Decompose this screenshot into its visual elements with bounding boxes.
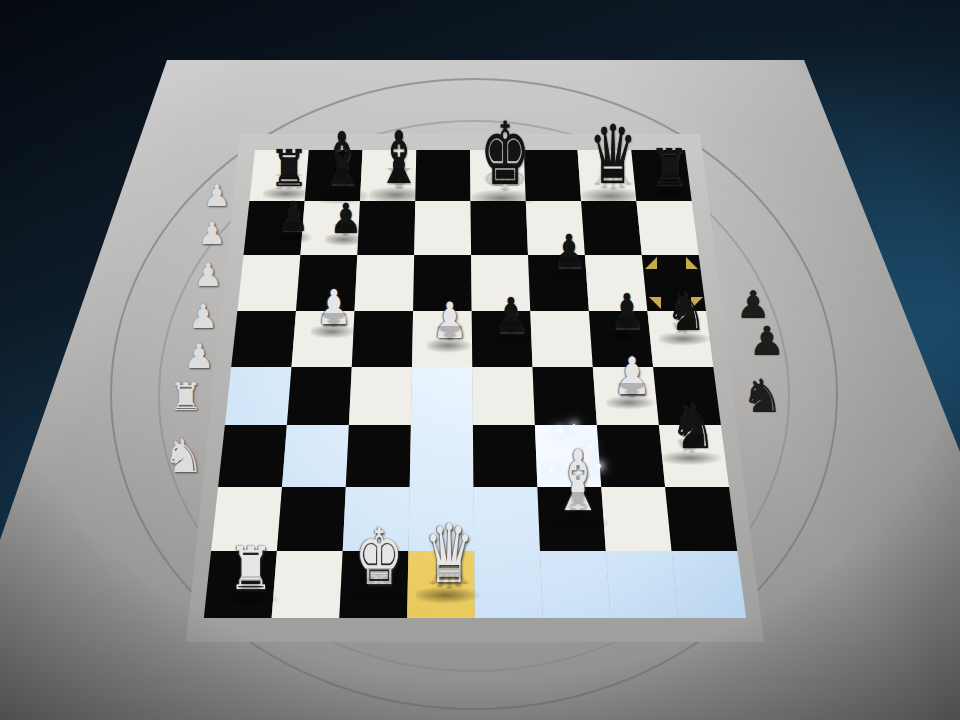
captured-black-knight: ♞ [741,373,782,419]
captured-white-pawn: ♟ [204,181,231,211]
white-pawn-g4[interactable]: ♟♟ [613,351,652,403]
white-pawn-b5[interactable]: ♟♟ [316,284,352,332]
black-pawn-f6[interactable]: ♟♟ [552,229,586,275]
captured-black-pawn: ♟ [749,321,785,361]
chess-titans-window: ♜♜♝♝♝♝♚♚♛♛♜♜♟♟♟♟♟♟♟♟♟♟♞♞♞♞♟♟♟♟♟♟♝♝♜♜♚♚♛♛… [0,0,960,720]
black-queen-g8[interactable]: ♛♛ [589,115,637,196]
captured-white-pawn: ♟ [198,218,226,249]
captured-white-pawn: ♟ [194,259,223,291]
white-bishop-f2[interactable]: ♝♝ [553,439,603,523]
black-pawn-e5[interactable]: ♟♟ [493,292,529,340]
white-rook-a1[interactable]: ♜♜ [229,539,274,599]
white-pawn-d5[interactable]: ♟♟ [432,296,468,346]
captured-white-pawn: ♟ [184,339,214,373]
pieces-layer: ♜♜♝♝♝♝♚♚♛♛♜♜♟♟♟♟♟♟♟♟♟♟♞♞♞♞♟♟♟♟♟♟♝♝♜♜♚♚♛♛ [0,0,960,720]
white-king-c1[interactable]: ♚♚ [355,519,403,597]
black-rook-h8[interactable]: ♜♜ [649,142,688,193]
captured-white-knight: ♞ [162,433,203,479]
black-bishop-c8[interactable]: ♝♝ [377,123,422,196]
black-king-e8[interactable]: ♚♚ [480,111,530,198]
black-knight-h3[interactable]: ♞♞ [670,393,717,458]
black-pawn-b7[interactable]: ♟♟ [330,198,362,239]
black-pawn-g5[interactable]: ♟♟ [609,288,645,336]
black-bishop-b8[interactable]: ♝♝ [320,124,365,197]
captured-white-rook: ♜ [169,378,203,416]
black-pawn-a7[interactable]: ♟♟ [277,196,309,237]
white-queen-d1[interactable]: ♛♛ [424,514,474,595]
black-knight-h5[interactable]: ♞♞ [665,284,706,339]
black-rook-a8[interactable]: ♜♜ [269,143,308,194]
captured-white-pawn: ♟ [188,300,218,333]
